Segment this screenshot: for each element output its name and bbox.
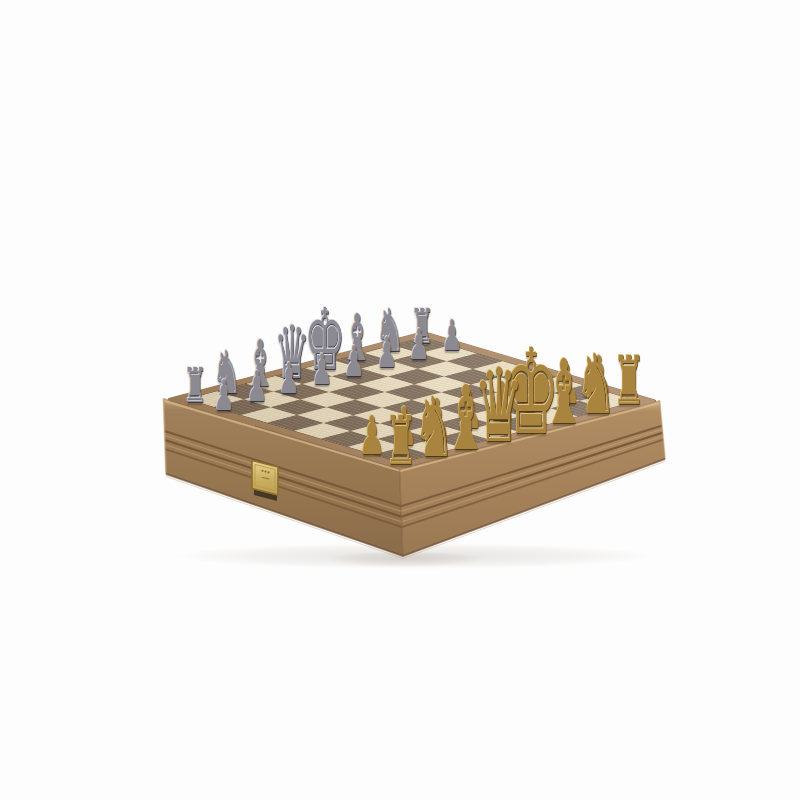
- brass-clasp: [252, 461, 278, 502]
- chess-set-product-photo: ♜♞♝♛♚♝♞♜♟♟♟♟♟♟♟♟♟♟♟♟♟♟♟♟♜♞♝♛♚♝♞♜: [0, 0, 800, 800]
